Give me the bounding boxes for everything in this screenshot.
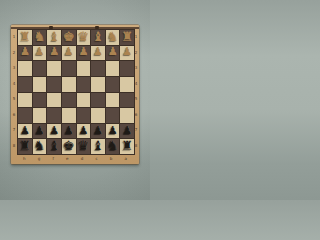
square-a4[interactable] — [120, 77, 134, 92]
white-n-piece[interactable]: ♞ — [107, 30, 119, 43]
black-p-piece[interactable]: ♟ — [93, 125, 103, 136]
white-q-piece[interactable]: ♛ — [77, 30, 89, 43]
square-e7[interactable]: ♟ — [62, 124, 76, 139]
white-p-piece[interactable]: ♟ — [64, 46, 74, 57]
white-b-piece[interactable]: ♝ — [92, 30, 104, 43]
black-p-piece[interactable]: ♟ — [64, 125, 74, 136]
board-grid: ♜♞♝♚♛♝♞♜♟♟♟♟♟♟♟♟♟♟♟♟♟♟♟♟♜♞♝♚♛♝♞♜ — [17, 29, 135, 155]
square-a7[interactable]: ♟ — [120, 124, 134, 139]
square-b2[interactable]: ♟ — [106, 46, 120, 61]
coordinate-label: 3 — [13, 65, 16, 70]
square-a3[interactable] — [120, 61, 134, 76]
coordinate-label: 8 — [135, 143, 138, 148]
black-n-piece[interactable]: ♞ — [107, 139, 119, 152]
square-b3[interactable] — [106, 61, 120, 76]
square-e4[interactable] — [62, 77, 76, 92]
square-d1[interactable]: ♛ — [77, 30, 91, 45]
square-a6[interactable] — [120, 108, 134, 123]
coordinate-label: 7 — [13, 127, 16, 132]
square-b6[interactable] — [106, 108, 120, 123]
coordinate-label: 4 — [13, 81, 16, 86]
square-d3[interactable] — [77, 61, 91, 76]
square-h8[interactable]: ♜ — [18, 139, 32, 154]
square-c5[interactable] — [91, 93, 105, 108]
square-d2[interactable]: ♟ — [77, 46, 91, 61]
square-g6[interactable] — [33, 108, 47, 123]
rank-labels-left: 12345678 — [12, 29, 17, 153]
black-r-piece[interactable]: ♜ — [19, 139, 31, 152]
coordinate-label: 6 — [135, 112, 138, 117]
square-f4[interactable] — [47, 77, 61, 92]
square-d6[interactable] — [77, 108, 91, 123]
black-p-piece[interactable]: ♟ — [35, 125, 45, 136]
coordinate-label: b — [110, 156, 113, 161]
square-e6[interactable] — [62, 108, 76, 123]
coordinate-label: f — [52, 156, 53, 161]
square-a5[interactable] — [120, 93, 134, 108]
white-p-piece[interactable]: ♟ — [35, 46, 45, 57]
square-f5[interactable] — [47, 93, 61, 108]
white-p-piece[interactable]: ♟ — [122, 46, 132, 57]
square-a1[interactable]: ♜ — [120, 30, 134, 45]
square-g7[interactable]: ♟ — [33, 124, 47, 139]
black-p-piece[interactable]: ♟ — [78, 125, 88, 136]
square-b5[interactable] — [106, 93, 120, 108]
white-b-piece[interactable]: ♝ — [48, 30, 60, 43]
black-n-piece[interactable]: ♞ — [34, 139, 46, 152]
black-k-piece[interactable]: ♚ — [63, 139, 75, 152]
square-c6[interactable] — [91, 108, 105, 123]
square-e8[interactable]: ♚ — [62, 139, 76, 154]
coordinate-label: 7 — [135, 127, 138, 132]
coordinate-label: 5 — [135, 96, 138, 101]
coordinate-label: g — [38, 156, 41, 161]
coordinate-label: 6 — [13, 112, 16, 117]
white-p-piece[interactable]: ♟ — [49, 46, 59, 57]
coordinate-label: 2 — [13, 50, 16, 55]
square-c7[interactable]: ♟ — [91, 124, 105, 139]
square-f1[interactable]: ♝ — [47, 30, 61, 45]
black-p-piece[interactable]: ♟ — [20, 125, 30, 136]
white-p-piece[interactable]: ♟ — [78, 46, 88, 57]
square-g4[interactable] — [33, 77, 47, 92]
square-g3[interactable] — [33, 61, 47, 76]
square-h5[interactable] — [18, 93, 32, 108]
file-labels-bottom: hgfedcba — [17, 155, 133, 162]
square-d7[interactable]: ♟ — [77, 124, 91, 139]
white-p-piece[interactable]: ♟ — [20, 46, 30, 57]
black-r-piece[interactable]: ♜ — [121, 139, 133, 152]
square-h2[interactable]: ♟ — [18, 46, 32, 61]
square-f2[interactable]: ♟ — [47, 46, 61, 61]
square-g8[interactable]: ♞ — [33, 139, 47, 154]
white-r-piece[interactable]: ♜ — [19, 30, 31, 43]
square-f7[interactable]: ♟ — [47, 124, 61, 139]
coordinate-label: a — [124, 156, 126, 161]
square-h6[interactable] — [18, 108, 32, 123]
square-h7[interactable]: ♟ — [18, 124, 32, 139]
coordinate-label: 3 — [135, 65, 138, 70]
black-q-piece[interactable]: ♛ — [77, 139, 89, 152]
square-h3[interactable] — [18, 61, 32, 76]
square-f6[interactable] — [47, 108, 61, 123]
coordinate-label: 2 — [135, 50, 138, 55]
square-b1[interactable]: ♞ — [106, 30, 120, 45]
square-f3[interactable] — [47, 61, 61, 76]
black-b-piece[interactable]: ♝ — [92, 139, 104, 152]
square-c2[interactable]: ♟ — [91, 46, 105, 61]
square-c8[interactable]: ♝ — [91, 139, 105, 154]
coordinate-label: 1 — [135, 34, 138, 39]
square-d8[interactable]: ♛ — [77, 139, 91, 154]
square-e5[interactable] — [62, 93, 76, 108]
square-b7[interactable]: ♟ — [106, 124, 120, 139]
coordinate-label: 1 — [13, 34, 16, 39]
square-c4[interactable] — [91, 77, 105, 92]
white-p-piece[interactable]: ♟ — [108, 46, 118, 57]
white-p-piece[interactable]: ♟ — [93, 46, 103, 57]
square-d5[interactable] — [77, 93, 91, 108]
square-a8[interactable]: ♜ — [120, 139, 134, 154]
square-h1[interactable]: ♜ — [18, 30, 32, 45]
black-p-piece[interactable]: ♟ — [122, 125, 132, 136]
square-e2[interactable]: ♟ — [62, 46, 76, 61]
square-f8[interactable]: ♝ — [47, 139, 61, 154]
coordinate-label: 4 — [135, 81, 138, 86]
coordinate-label: e — [66, 156, 68, 161]
white-n-piece[interactable]: ♞ — [34, 30, 46, 43]
square-g5[interactable] — [33, 93, 47, 108]
square-h4[interactable] — [18, 77, 32, 92]
square-g1[interactable]: ♞ — [33, 30, 47, 45]
square-e1[interactable]: ♚ — [62, 30, 76, 45]
square-a2[interactable]: ♟ — [120, 46, 134, 61]
coordinate-label: 5 — [13, 96, 16, 101]
coordinate-label: c — [95, 156, 97, 161]
white-k-piece[interactable]: ♚ — [63, 30, 75, 43]
coordinate-label: 8 — [13, 143, 16, 148]
white-r-piece[interactable]: ♜ — [121, 30, 133, 43]
coordinate-label: h — [23, 156, 26, 161]
chess-board: 12345678 12345678 hgfedcba ♜♞♝♚♛♝♞♜♟♟♟♟♟… — [11, 25, 139, 164]
square-c3[interactable] — [91, 61, 105, 76]
black-b-piece[interactable]: ♝ — [48, 139, 60, 152]
square-b4[interactable] — [106, 77, 120, 92]
square-e3[interactable] — [62, 61, 76, 76]
square-g2[interactable]: ♟ — [33, 46, 47, 61]
square-d4[interactable] — [77, 77, 91, 92]
coordinate-label: d — [81, 156, 84, 161]
square-c1[interactable]: ♝ — [91, 30, 105, 45]
square-b8[interactable]: ♞ — [106, 139, 120, 154]
black-p-piece[interactable]: ♟ — [49, 125, 59, 136]
black-p-piece[interactable]: ♟ — [108, 125, 118, 136]
